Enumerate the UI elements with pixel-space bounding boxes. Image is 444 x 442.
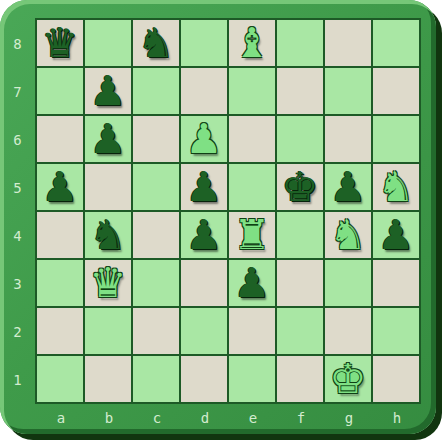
square-g4[interactable]: ♞ (325, 212, 371, 258)
square-h1[interactable] (373, 356, 419, 402)
square-d8[interactable] (181, 20, 227, 66)
square-d2[interactable] (181, 308, 227, 354)
file-label-c: c (133, 404, 181, 432)
square-c4[interactable] (133, 212, 179, 258)
square-g8[interactable] (325, 20, 371, 66)
square-a3[interactable] (37, 260, 83, 306)
file-label-e: e (229, 404, 277, 432)
square-b3[interactable]: ♛ (85, 260, 131, 306)
square-f3[interactable] (277, 260, 323, 306)
square-a5[interactable]: ♟ (37, 164, 83, 210)
square-g7[interactable] (325, 68, 371, 114)
rank-labels: 87654321 (0, 20, 35, 404)
square-b4[interactable]: ♞ (85, 212, 131, 258)
file-label-a: a (37, 404, 85, 432)
square-c5[interactable] (133, 164, 179, 210)
square-c2[interactable] (133, 308, 179, 354)
square-c8[interactable]: ♞ (133, 20, 179, 66)
file-label-d: d (181, 404, 229, 432)
square-f2[interactable] (277, 308, 323, 354)
chess-board: ♛♞♝♟♟♟♟♟♚♟♞♞♟♜♞♟♛♟♚ (35, 18, 421, 404)
square-e7[interactable] (229, 68, 275, 114)
square-c1[interactable] (133, 356, 179, 402)
rank-label-4: 4 (0, 212, 35, 260)
square-b6[interactable]: ♟ (85, 116, 131, 162)
square-g2[interactable] (325, 308, 371, 354)
square-d4[interactable]: ♟ (181, 212, 227, 258)
rank-label-5: 5 (0, 164, 35, 212)
square-a8[interactable]: ♛ (37, 20, 83, 66)
square-f5[interactable]: ♚ (277, 164, 323, 210)
square-e2[interactable] (229, 308, 275, 354)
rank-label-3: 3 (0, 260, 35, 308)
square-f1[interactable] (277, 356, 323, 402)
square-d3[interactable] (181, 260, 227, 306)
square-e4[interactable]: ♜ (229, 212, 275, 258)
piece-black-pawn[interactable]: ♟ (234, 260, 271, 306)
rank-label-2: 2 (0, 308, 35, 356)
square-h2[interactable] (373, 308, 419, 354)
square-b2[interactable] (85, 308, 131, 354)
square-d7[interactable] (181, 68, 227, 114)
square-c3[interactable] (133, 260, 179, 306)
piece-white-knight[interactable]: ♞ (330, 212, 367, 258)
square-e1[interactable] (229, 356, 275, 402)
piece-black-king[interactable]: ♚ (282, 164, 319, 210)
square-b8[interactable] (85, 20, 131, 66)
file-label-f: f (277, 404, 325, 432)
square-e3[interactable]: ♟ (229, 260, 275, 306)
rank-label-8: 8 (0, 20, 35, 68)
square-g1[interactable]: ♚ (325, 356, 371, 402)
square-e6[interactable] (229, 116, 275, 162)
square-d1[interactable] (181, 356, 227, 402)
square-a1[interactable] (37, 356, 83, 402)
piece-black-knight[interactable]: ♞ (90, 212, 127, 258)
square-h4[interactable]: ♟ (373, 212, 419, 258)
piece-white-bishop[interactable]: ♝ (234, 20, 271, 66)
square-b1[interactable] (85, 356, 131, 402)
square-h3[interactable] (373, 260, 419, 306)
file-label-g: g (325, 404, 373, 432)
chess-app-window: 87654321 abcdefgh ♛♞♝♟♟♟♟♟♚♟♞♞♟♜♞♟♛♟♚ (0, 0, 444, 442)
rank-label-7: 7 (0, 68, 35, 116)
square-e5[interactable] (229, 164, 275, 210)
piece-black-pawn[interactable]: ♟ (90, 116, 127, 162)
square-h5[interactable]: ♞ (373, 164, 419, 210)
square-a7[interactable] (37, 68, 83, 114)
square-h8[interactable] (373, 20, 419, 66)
square-e8[interactable]: ♝ (229, 20, 275, 66)
file-label-h: h (373, 404, 421, 432)
file-labels: abcdefgh (37, 404, 423, 432)
rank-label-1: 1 (0, 356, 35, 404)
piece-white-queen[interactable]: ♛ (90, 260, 127, 306)
square-c6[interactable] (133, 116, 179, 162)
square-a6[interactable] (37, 116, 83, 162)
piece-black-pawn[interactable]: ♟ (90, 68, 127, 114)
rank-label-6: 6 (0, 116, 35, 164)
square-f8[interactable] (277, 20, 323, 66)
square-f6[interactable] (277, 116, 323, 162)
square-a4[interactable] (37, 212, 83, 258)
square-d5[interactable]: ♟ (181, 164, 227, 210)
square-h7[interactable] (373, 68, 419, 114)
square-f4[interactable] (277, 212, 323, 258)
piece-black-queen[interactable]: ♛ (42, 20, 79, 66)
piece-black-pawn[interactable]: ♟ (186, 212, 223, 258)
square-g5[interactable]: ♟ (325, 164, 371, 210)
square-b5[interactable] (85, 164, 131, 210)
piece-black-knight[interactable]: ♞ (138, 20, 175, 66)
piece-white-knight[interactable]: ♞ (378, 164, 415, 210)
piece-white-rook[interactable]: ♜ (234, 212, 271, 258)
piece-black-pawn[interactable]: ♟ (186, 164, 223, 210)
piece-black-pawn[interactable]: ♟ (330, 164, 367, 210)
square-a2[interactable] (37, 308, 83, 354)
square-c7[interactable] (133, 68, 179, 114)
square-b7[interactable]: ♟ (85, 68, 131, 114)
square-g6[interactable] (325, 116, 371, 162)
square-d6[interactable]: ♟ (181, 116, 227, 162)
piece-white-king[interactable]: ♚ (330, 356, 367, 402)
square-f7[interactable] (277, 68, 323, 114)
square-h6[interactable] (373, 116, 419, 162)
piece-black-pawn[interactable]: ♟ (378, 212, 415, 258)
file-label-b: b (85, 404, 133, 432)
piece-white-pawn[interactable]: ♟ (186, 116, 223, 162)
square-g3[interactable] (325, 260, 371, 306)
piece-black-pawn[interactable]: ♟ (42, 164, 79, 210)
